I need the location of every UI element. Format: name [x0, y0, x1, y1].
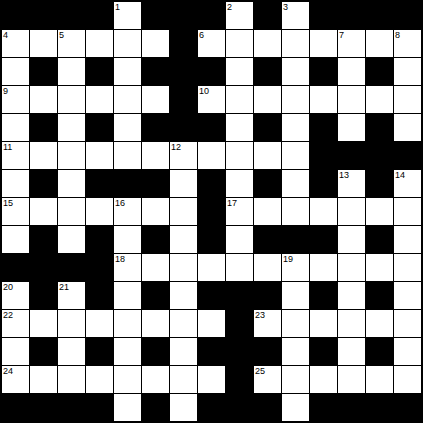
white-cell-r13-c12[interactable] [338, 366, 365, 393]
black-cell-r2-c6 [170, 58, 197, 85]
white-cell-r3-c8[interactable] [226, 86, 253, 113]
white-cell-r5-c8[interactable] [226, 142, 253, 169]
black-cell-r2-c9 [254, 58, 281, 85]
clue-number-18: 18 [115, 254, 125, 265]
clue-number-15: 15 [3, 198, 13, 209]
clue-number-17: 17 [227, 198, 237, 209]
white-cell-r10-c14[interactable] [394, 282, 421, 309]
white-cell-r8-c4[interactable] [114, 226, 141, 253]
white-cell-r9-c5[interactable] [142, 254, 169, 281]
black-cell-r14-c7 [198, 394, 225, 421]
white-cell-r8-c2[interactable] [58, 226, 85, 253]
white-cell-r1-c5[interactable] [142, 30, 169, 57]
black-cell-r2-c5 [142, 58, 169, 85]
white-cell-r7-c6[interactable] [170, 198, 197, 225]
clue-number-23: 23 [255, 310, 265, 321]
clue-number-5: 5 [59, 30, 64, 41]
black-cell-r0-c5 [142, 2, 169, 29]
black-cell-r10-c3 [86, 282, 113, 309]
white-cell-r4-c12[interactable] [338, 114, 365, 141]
white-cell-r2-c10[interactable] [282, 58, 309, 85]
black-cell-r14-c3 [86, 394, 113, 421]
black-cell-r10-c1 [30, 282, 57, 309]
white-cell-r6-c10[interactable] [282, 170, 309, 197]
black-cell-r12-c13 [366, 338, 393, 365]
white-cell-r2-c0[interactable] [2, 58, 29, 85]
black-cell-r5-c12 [338, 142, 365, 169]
white-cell-r0-c4[interactable]: 1 [114, 2, 141, 29]
black-cell-r4-c11 [310, 114, 337, 141]
clue-number-22: 22 [3, 310, 13, 321]
white-cell-r11-c10[interactable] [282, 310, 309, 337]
white-cell-r13-c1[interactable] [30, 366, 57, 393]
white-cell-r1-c4[interactable] [114, 30, 141, 57]
black-cell-r14-c13 [366, 394, 393, 421]
white-cell-r4-c8[interactable] [226, 114, 253, 141]
black-cell-r4-c7 [198, 114, 225, 141]
black-cell-r6-c11 [310, 170, 337, 197]
white-cell-r2-c4[interactable] [114, 58, 141, 85]
white-cell-r10-c6[interactable] [170, 282, 197, 309]
white-cell-r13-c10[interactable] [282, 366, 309, 393]
black-cell-r0-c9 [254, 2, 281, 29]
black-cell-r14-c12 [338, 394, 365, 421]
white-cell-r4-c0[interactable] [2, 114, 29, 141]
white-cell-r1-c11[interactable] [310, 30, 337, 57]
white-cell-r12-c4[interactable] [114, 338, 141, 365]
black-cell-r8-c10 [282, 226, 309, 253]
clue-number-8: 8 [395, 30, 400, 41]
black-cell-r14-c14 [394, 394, 421, 421]
white-cell-r11-c13[interactable] [366, 310, 393, 337]
black-cell-r0-c0 [2, 2, 29, 29]
white-cell-r7-c11[interactable] [310, 198, 337, 225]
clue-number-6: 6 [199, 30, 204, 41]
clue-number-3: 3 [283, 2, 288, 13]
white-cell-r5-c4[interactable] [114, 142, 141, 169]
clue-number-2: 2 [227, 2, 232, 13]
black-cell-r2-c13 [366, 58, 393, 85]
white-cell-r1-c14[interactable]: 8 [394, 30, 421, 57]
white-cell-r11-c11[interactable] [310, 310, 337, 337]
black-cell-r6-c13 [366, 170, 393, 197]
white-cell-r2-c12[interactable] [338, 58, 365, 85]
black-cell-r6-c7 [198, 170, 225, 197]
white-cell-r3-c9[interactable] [254, 86, 281, 113]
black-cell-r6-c5 [142, 170, 169, 197]
white-cell-r10-c10[interactable] [282, 282, 309, 309]
clue-number-13: 13 [339, 170, 349, 181]
black-cell-r8-c5 [142, 226, 169, 253]
black-cell-r12-c11 [310, 338, 337, 365]
white-cell-r3-c5[interactable] [142, 86, 169, 113]
white-cell-r3-c4[interactable] [114, 86, 141, 113]
white-cell-r12-c6[interactable] [170, 338, 197, 365]
white-cell-r2-c14[interactable] [394, 58, 421, 85]
white-cell-r7-c5[interactable] [142, 198, 169, 225]
clue-number-19: 19 [283, 254, 293, 265]
black-cell-r6-c4 [114, 170, 141, 197]
black-cell-r0-c2 [58, 2, 85, 29]
white-cell-r11-c1[interactable] [30, 310, 57, 337]
black-cell-r2-c1 [30, 58, 57, 85]
black-cell-r0-c7 [198, 2, 225, 29]
white-cell-r9-c13[interactable] [366, 254, 393, 281]
black-cell-r10-c5 [142, 282, 169, 309]
white-cell-r10-c0[interactable]: 20 [2, 282, 29, 309]
white-cell-r5-c0[interactable]: 11 [2, 142, 29, 169]
white-cell-r6-c2[interactable] [58, 170, 85, 197]
black-cell-r12-c9 [254, 338, 281, 365]
white-cell-r8-c14[interactable] [394, 226, 421, 253]
black-cell-r0-c3 [86, 2, 113, 29]
white-cell-r12-c0[interactable] [2, 338, 29, 365]
white-cell-r3-c12[interactable] [338, 86, 365, 113]
white-cell-r9-c9[interactable] [254, 254, 281, 281]
white-cell-r13-c0[interactable]: 24 [2, 366, 29, 393]
white-cell-r5-c10[interactable] [282, 142, 309, 169]
white-cell-r10-c12[interactable] [338, 282, 365, 309]
black-cell-r4-c1 [30, 114, 57, 141]
white-cell-r7-c8[interactable]: 17 [226, 198, 253, 225]
white-cell-r1-c8[interactable] [226, 30, 253, 57]
white-cell-r5-c5[interactable] [142, 142, 169, 169]
white-cell-r0-c10[interactable]: 3 [282, 2, 309, 29]
black-cell-r4-c6 [170, 114, 197, 141]
clue-number-21: 21 [59, 282, 69, 293]
white-cell-r4-c14[interactable] [394, 114, 421, 141]
white-cell-r12-c12[interactable] [338, 338, 365, 365]
white-cell-r11-c6[interactable] [170, 310, 197, 337]
white-cell-r7-c13[interactable] [366, 198, 393, 225]
white-cell-r1-c10[interactable] [282, 30, 309, 57]
clue-number-10: 10 [199, 86, 209, 97]
black-cell-r12-c8 [226, 338, 253, 365]
black-cell-r6-c1 [30, 170, 57, 197]
black-cell-r2-c7 [198, 58, 225, 85]
white-cell-r1-c3[interactable] [86, 30, 113, 57]
white-cell-r3-c2[interactable] [58, 86, 85, 113]
black-cell-r14-c8 [226, 394, 253, 421]
black-cell-r10-c13 [366, 282, 393, 309]
white-cell-r12-c14[interactable] [394, 338, 421, 365]
white-cell-r5-c3[interactable] [86, 142, 113, 169]
white-cell-r14-c10[interactable] [282, 394, 309, 421]
white-cell-r3-c13[interactable] [366, 86, 393, 113]
black-cell-r12-c7 [198, 338, 225, 365]
white-cell-r11-c0[interactable]: 22 [2, 310, 29, 337]
black-cell-r10-c9 [254, 282, 281, 309]
clue-number-4: 4 [3, 30, 8, 41]
black-cell-r2-c11 [310, 58, 337, 85]
white-cell-r1-c1[interactable] [30, 30, 57, 57]
white-cell-r9-c14[interactable] [394, 254, 421, 281]
white-cell-r11-c5[interactable] [142, 310, 169, 337]
black-cell-r0-c1 [30, 2, 57, 29]
white-cell-r1-c12[interactable]: 7 [338, 30, 365, 57]
white-cell-r7-c1[interactable] [30, 198, 57, 225]
white-cell-r11-c12[interactable] [338, 310, 365, 337]
white-cell-r2-c8[interactable] [226, 58, 253, 85]
white-cell-r13-c7[interactable] [198, 366, 225, 393]
black-cell-r14-c1 [30, 394, 57, 421]
white-cell-r11-c2[interactable] [58, 310, 85, 337]
black-cell-r12-c1 [30, 338, 57, 365]
white-cell-r0-c8[interactable]: 2 [226, 2, 253, 29]
black-cell-r5-c14 [394, 142, 421, 169]
white-cell-r7-c12[interactable] [338, 198, 365, 225]
white-cell-r3-c0[interactable]: 9 [2, 86, 29, 113]
clue-number-16: 16 [115, 198, 125, 209]
white-cell-r6-c14[interactable]: 14 [394, 170, 421, 197]
black-cell-r10-c11 [310, 282, 337, 309]
white-cell-r13-c11[interactable] [310, 366, 337, 393]
black-cell-r11-c8 [226, 310, 253, 337]
black-cell-r0-c11 [310, 2, 337, 29]
black-cell-r8-c9 [254, 226, 281, 253]
black-cell-r6-c3 [86, 170, 113, 197]
black-cell-r9-c1 [30, 254, 57, 281]
white-cell-r13-c5[interactable] [142, 366, 169, 393]
clue-number-25: 25 [255, 366, 265, 377]
white-cell-r9-c4[interactable]: 18 [114, 254, 141, 281]
clue-number-7: 7 [339, 30, 344, 41]
white-cell-r1-c0[interactable]: 4 [2, 30, 29, 57]
clue-number-1: 1 [115, 2, 120, 13]
white-cell-r7-c3[interactable] [86, 198, 113, 225]
white-cell-r5-c2[interactable] [58, 142, 85, 169]
black-cell-r7-c7 [198, 198, 225, 225]
black-cell-r1-c6 [170, 30, 197, 57]
white-cell-r8-c8[interactable] [226, 226, 253, 253]
white-cell-r5-c1[interactable] [30, 142, 57, 169]
white-cell-r7-c0[interactable]: 15 [2, 198, 29, 225]
black-cell-r2-c3 [86, 58, 113, 85]
black-cell-r5-c11 [310, 142, 337, 169]
black-cell-r4-c3 [86, 114, 113, 141]
black-cell-r14-c5 [142, 394, 169, 421]
clue-number-9: 9 [3, 86, 8, 97]
white-cell-r13-c14[interactable] [394, 366, 421, 393]
white-cell-r5-c6[interactable]: 12 [170, 142, 197, 169]
white-cell-r3-c14[interactable] [394, 86, 421, 113]
black-cell-r12-c5 [142, 338, 169, 365]
white-cell-r9-c10[interactable]: 19 [282, 254, 309, 281]
white-cell-r1-c13[interactable] [366, 30, 393, 57]
black-cell-r4-c9 [254, 114, 281, 141]
black-cell-r0-c14 [394, 2, 421, 29]
white-cell-r13-c2[interactable] [58, 366, 85, 393]
white-cell-r1-c2[interactable]: 5 [58, 30, 85, 57]
white-cell-r11-c9[interactable]: 23 [254, 310, 281, 337]
white-cell-r13-c6[interactable] [170, 366, 197, 393]
white-cell-r12-c2[interactable] [58, 338, 85, 365]
white-cell-r12-c10[interactable] [282, 338, 309, 365]
white-cell-r10-c4[interactable] [114, 282, 141, 309]
white-cell-r4-c10[interactable] [282, 114, 309, 141]
black-cell-r4-c5 [142, 114, 169, 141]
white-cell-r13-c9[interactable]: 25 [254, 366, 281, 393]
black-cell-r10-c7 [198, 282, 225, 309]
clue-number-20: 20 [3, 282, 13, 293]
black-cell-r9-c3 [86, 254, 113, 281]
crossword-grid: 1234567891011121314151617181920212223242… [0, 0, 423, 423]
white-cell-r3-c7[interactable]: 10 [198, 86, 225, 113]
black-cell-r8-c7 [198, 226, 225, 253]
black-cell-r9-c0 [2, 254, 29, 281]
white-cell-r7-c2[interactable] [58, 198, 85, 225]
white-cell-r4-c2[interactable] [58, 114, 85, 141]
white-cell-r3-c3[interactable] [86, 86, 113, 113]
white-cell-r9-c12[interactable] [338, 254, 365, 281]
white-cell-r6-c12[interactable]: 13 [338, 170, 365, 197]
white-cell-r3-c11[interactable] [310, 86, 337, 113]
white-cell-r7-c14[interactable] [394, 198, 421, 225]
white-cell-r7-c9[interactable] [254, 198, 281, 225]
white-cell-r11-c7[interactable] [198, 310, 225, 337]
clue-number-14: 14 [395, 170, 405, 181]
white-cell-r3-c10[interactable] [282, 86, 309, 113]
white-cell-r13-c13[interactable] [366, 366, 393, 393]
white-cell-r14-c6[interactable] [170, 394, 197, 421]
white-cell-r3-c1[interactable] [30, 86, 57, 113]
white-cell-r7-c4[interactable]: 16 [114, 198, 141, 225]
white-cell-r1-c9[interactable] [254, 30, 281, 57]
black-cell-r3-c6 [170, 86, 197, 113]
white-cell-r8-c12[interactable] [338, 226, 365, 253]
black-cell-r8-c11 [310, 226, 337, 253]
black-cell-r10-c8 [226, 282, 253, 309]
white-cell-r14-c4[interactable] [114, 394, 141, 421]
white-cell-r4-c4[interactable] [114, 114, 141, 141]
white-cell-r2-c2[interactable] [58, 58, 85, 85]
white-cell-r7-c10[interactable] [282, 198, 309, 225]
white-cell-r13-c4[interactable] [114, 366, 141, 393]
black-cell-r13-c8 [226, 366, 253, 393]
clue-number-12: 12 [171, 142, 181, 153]
white-cell-r8-c0[interactable] [2, 226, 29, 253]
white-cell-r5-c7[interactable] [198, 142, 225, 169]
white-cell-r13-c3[interactable] [86, 366, 113, 393]
black-cell-r14-c2 [58, 394, 85, 421]
white-cell-r1-c7[interactable]: 6 [198, 30, 225, 57]
black-cell-r14-c0 [2, 394, 29, 421]
white-cell-r6-c6[interactable] [170, 170, 197, 197]
black-cell-r4-c13 [366, 114, 393, 141]
white-cell-r5-c9[interactable] [254, 142, 281, 169]
black-cell-r12-c3 [86, 338, 113, 365]
white-cell-r9-c8[interactable] [226, 254, 253, 281]
white-cell-r9-c7[interactable] [198, 254, 225, 281]
black-cell-r9-c2 [58, 254, 85, 281]
black-cell-r14-c11 [310, 394, 337, 421]
white-cell-r6-c0[interactable] [2, 170, 29, 197]
white-cell-r11-c4[interactable] [114, 310, 141, 337]
white-cell-r9-c11[interactable] [310, 254, 337, 281]
black-cell-r5-c13 [366, 142, 393, 169]
clue-number-24: 24 [3, 366, 13, 377]
black-cell-r0-c6 [170, 2, 197, 29]
black-cell-r8-c13 [366, 226, 393, 253]
white-cell-r11-c3[interactable] [86, 310, 113, 337]
black-cell-r0-c12 [338, 2, 365, 29]
black-cell-r8-c1 [30, 226, 57, 253]
black-cell-r14-c9 [254, 394, 281, 421]
white-cell-r6-c8[interactable] [226, 170, 253, 197]
black-cell-r0-c13 [366, 2, 393, 29]
black-cell-r8-c3 [86, 226, 113, 253]
white-cell-r10-c2[interactable]: 21 [58, 282, 85, 309]
white-cell-r11-c14[interactable] [394, 310, 421, 337]
white-cell-r9-c6[interactable] [170, 254, 197, 281]
black-cell-r6-c9 [254, 170, 281, 197]
clue-number-11: 11 [3, 142, 12, 153]
white-cell-r8-c6[interactable] [170, 226, 197, 253]
